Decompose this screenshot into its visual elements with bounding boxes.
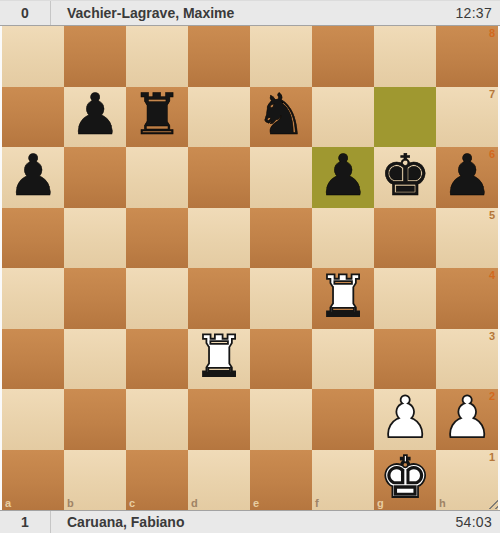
square-d5[interactable]	[188, 208, 250, 269]
square-e8[interactable]	[250, 26, 312, 87]
square-f5[interactable]	[312, 208, 374, 269]
square-c2[interactable]	[126, 389, 188, 450]
board: 8♟♜♞7♟♟♚6♟5♜4♜3♟2♟abcdefg♚1h	[2, 26, 498, 510]
chess-broadcast-window: 0 Vachier-Lagrave, Maxime 12:37 8♟♜♞7♟♟♚…	[0, 0, 500, 533]
square-a1[interactable]: a	[2, 450, 64, 511]
square-g4[interactable]	[374, 268, 436, 329]
square-h7[interactable]: 7	[436, 87, 498, 148]
square-g8[interactable]	[374, 26, 436, 87]
file-label-f: f	[315, 497, 319, 510]
square-f6[interactable]: ♟	[312, 147, 374, 208]
square-g7[interactable]	[374, 87, 436, 148]
square-h8[interactable]: 8	[436, 26, 498, 87]
top-player-name: Vachier-Lagrave, Maxime	[51, 5, 455, 21]
square-h2[interactable]: 2♟	[436, 389, 498, 450]
square-b8[interactable]	[64, 26, 126, 87]
square-b5[interactable]	[64, 208, 126, 269]
square-b1[interactable]: b	[64, 450, 126, 511]
square-c6[interactable]	[126, 147, 188, 208]
square-d2[interactable]	[188, 389, 250, 450]
square-b2[interactable]	[64, 389, 126, 450]
piece-white-pawn[interactable]: ♟	[441, 389, 492, 446]
square-e1[interactable]: e	[250, 450, 312, 511]
square-f1[interactable]: f	[312, 450, 374, 511]
top-player-score: 0	[0, 1, 51, 25]
square-f7[interactable]	[312, 87, 374, 148]
square-e3[interactable]	[250, 329, 312, 390]
file-label-e: e	[253, 497, 259, 510]
piece-black-rook[interactable]: ♜	[131, 87, 182, 144]
square-h4[interactable]: 4	[436, 268, 498, 329]
square-d1[interactable]: d	[188, 450, 250, 511]
square-f8[interactable]	[312, 26, 374, 87]
bottom-player-score: 1	[0, 511, 51, 533]
bottom-player-bar: 1 Caruana, Fabiano 54:03	[0, 510, 500, 533]
square-c7[interactable]: ♜	[126, 87, 188, 148]
square-g6[interactable]: ♚	[374, 147, 436, 208]
file-label-d: d	[191, 497, 198, 510]
piece-white-rook[interactable]: ♜	[193, 329, 244, 386]
square-e5[interactable]	[250, 208, 312, 269]
piece-black-knight[interactable]: ♞	[255, 87, 306, 144]
square-d4[interactable]	[188, 268, 250, 329]
square-g2[interactable]: ♟	[374, 389, 436, 450]
square-b4[interactable]	[64, 268, 126, 329]
square-c3[interactable]	[126, 329, 188, 390]
rank-label-8: 8	[489, 27, 495, 39]
square-e4[interactable]	[250, 268, 312, 329]
piece-black-pawn[interactable]: ♟	[7, 147, 58, 204]
square-f4[interactable]: ♜	[312, 268, 374, 329]
square-f3[interactable]	[312, 329, 374, 390]
square-a8[interactable]	[2, 26, 64, 87]
square-g5[interactable]	[374, 208, 436, 269]
rank-label-7: 7	[489, 88, 495, 100]
square-h5[interactable]: 5	[436, 208, 498, 269]
bottom-player-name: Caruana, Fabiano	[51, 514, 455, 530]
top-player-clock: 12:37	[455, 5, 500, 21]
file-label-b: b	[67, 497, 74, 510]
square-e7[interactable]: ♞	[250, 87, 312, 148]
square-c1[interactable]: c	[126, 450, 188, 511]
square-a3[interactable]	[2, 329, 64, 390]
piece-black-pawn[interactable]: ♟	[317, 147, 368, 204]
square-a4[interactable]	[2, 268, 64, 329]
square-b6[interactable]	[64, 147, 126, 208]
square-c4[interactable]	[126, 268, 188, 329]
square-h1[interactable]: 1h	[436, 450, 498, 511]
square-f2[interactable]	[312, 389, 374, 450]
square-a7[interactable]	[2, 87, 64, 148]
square-e6[interactable]	[250, 147, 312, 208]
file-label-c: c	[129, 497, 135, 510]
rank-label-4: 4	[489, 269, 495, 281]
square-b3[interactable]	[64, 329, 126, 390]
square-d7[interactable]	[188, 87, 250, 148]
square-b7[interactable]: ♟	[64, 87, 126, 148]
square-a6[interactable]: ♟	[2, 147, 64, 208]
top-player-bar: 0 Vachier-Lagrave, Maxime 12:37	[0, 0, 500, 26]
square-c5[interactable]	[126, 208, 188, 269]
rank-label-5: 5	[489, 209, 495, 221]
square-g1[interactable]: g♚	[374, 450, 436, 511]
square-d3[interactable]: ♜	[188, 329, 250, 390]
square-h6[interactable]: 6♟	[436, 147, 498, 208]
square-d6[interactable]	[188, 147, 250, 208]
square-d8[interactable]	[188, 26, 250, 87]
piece-white-rook[interactable]: ♜	[317, 268, 368, 325]
bottom-player-clock: 54:03	[455, 514, 500, 530]
piece-white-pawn[interactable]: ♟	[379, 389, 430, 446]
square-a5[interactable]	[2, 208, 64, 269]
square-a2[interactable]	[2, 389, 64, 450]
piece-black-pawn[interactable]: ♟	[441, 147, 492, 204]
board-area: 8♟♜♞7♟♟♚6♟5♜4♜3♟2♟abcdefg♚1h	[0, 26, 500, 510]
piece-black-pawn[interactable]: ♟	[69, 87, 120, 144]
rank-label-3: 3	[489, 330, 495, 342]
file-label-h: h	[439, 497, 446, 510]
piece-white-king[interactable]: ♚	[379, 450, 430, 507]
square-h3[interactable]: 3	[436, 329, 498, 390]
piece-black-king[interactable]: ♚	[379, 147, 430, 204]
rank-label-1: 1	[489, 451, 495, 463]
square-g3[interactable]	[374, 329, 436, 390]
square-c8[interactable]	[126, 26, 188, 87]
square-e2[interactable]	[250, 389, 312, 450]
file-label-a: a	[5, 497, 11, 510]
